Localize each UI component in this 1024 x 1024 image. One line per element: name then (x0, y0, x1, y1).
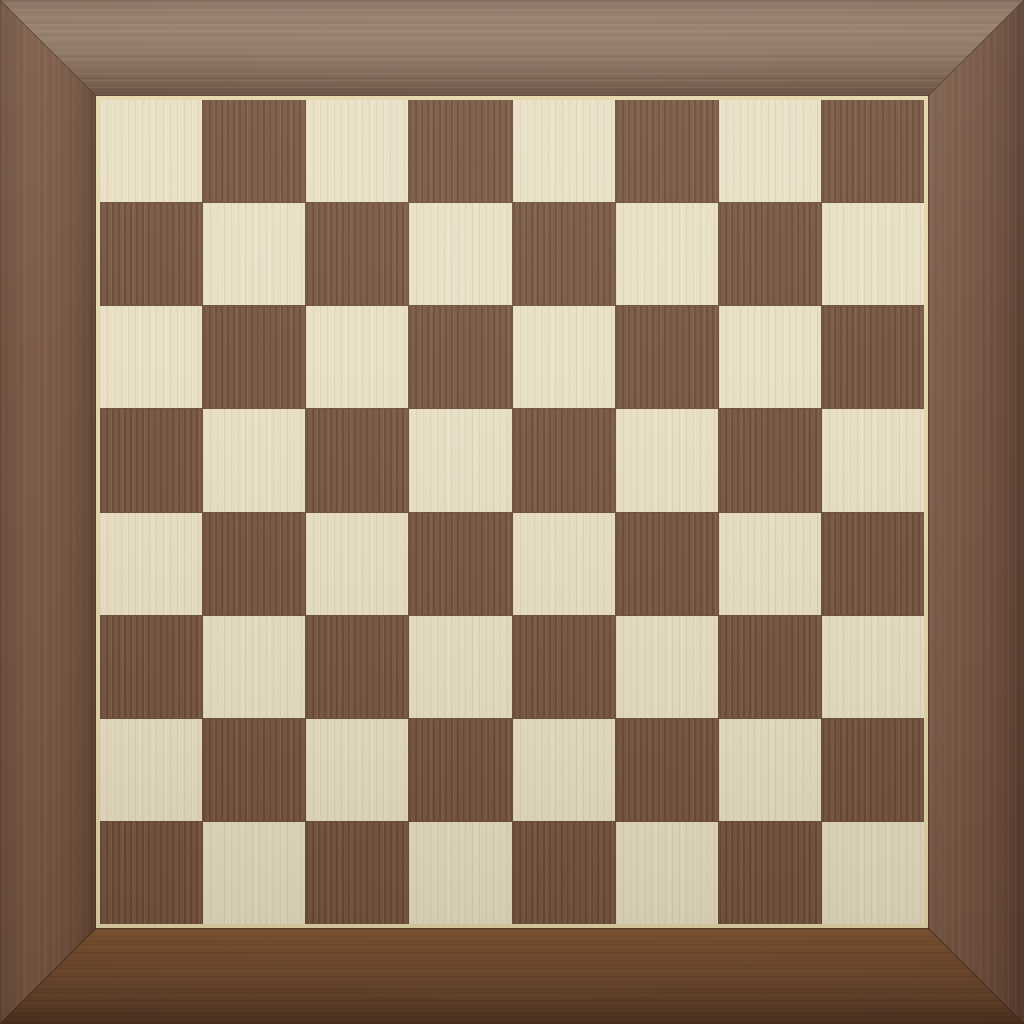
square-e7[interactable] (513, 203, 615, 305)
square-b5[interactable] (203, 409, 305, 511)
square-c5[interactable] (306, 409, 408, 511)
square-d2[interactable] (409, 719, 511, 821)
square-e4[interactable] (513, 513, 615, 615)
square-h1[interactable] (822, 822, 924, 924)
square-f4[interactable] (616, 513, 718, 615)
square-a8[interactable] (100, 100, 202, 202)
square-h3[interactable] (822, 616, 924, 718)
square-b8[interactable] (203, 100, 305, 202)
square-g4[interactable] (719, 513, 821, 615)
board-inlay-border (96, 96, 928, 928)
square-e2[interactable] (513, 719, 615, 821)
board-frame-bottom (0, 928, 1024, 1024)
board-frame-right (928, 0, 1024, 1024)
square-b4[interactable] (203, 513, 305, 615)
square-f3[interactable] (616, 616, 718, 718)
square-b6[interactable] (203, 306, 305, 408)
square-a4[interactable] (100, 513, 202, 615)
square-h2[interactable] (822, 719, 924, 821)
chess-board (100, 100, 924, 924)
square-b3[interactable] (203, 616, 305, 718)
board-frame-left (0, 0, 96, 1024)
square-g6[interactable] (719, 306, 821, 408)
square-h5[interactable] (822, 409, 924, 511)
square-a7[interactable] (100, 203, 202, 305)
square-g8[interactable] (719, 100, 821, 202)
square-g1[interactable] (719, 822, 821, 924)
square-a2[interactable] (100, 719, 202, 821)
square-f2[interactable] (616, 719, 718, 821)
square-f1[interactable] (616, 822, 718, 924)
square-e6[interactable] (513, 306, 615, 408)
square-d4[interactable] (409, 513, 511, 615)
square-g7[interactable] (719, 203, 821, 305)
square-a6[interactable] (100, 306, 202, 408)
square-h8[interactable] (822, 100, 924, 202)
square-d6[interactable] (409, 306, 511, 408)
square-d3[interactable] (409, 616, 511, 718)
square-d1[interactable] (409, 822, 511, 924)
square-f6[interactable] (616, 306, 718, 408)
square-g5[interactable] (719, 409, 821, 511)
square-h7[interactable] (822, 203, 924, 305)
square-e5[interactable] (513, 409, 615, 511)
square-b1[interactable] (203, 822, 305, 924)
board-frame-top (0, 0, 1024, 96)
square-a1[interactable] (100, 822, 202, 924)
square-g3[interactable] (719, 616, 821, 718)
square-h4[interactable] (822, 513, 924, 615)
square-d8[interactable] (409, 100, 511, 202)
square-a5[interactable] (100, 409, 202, 511)
square-d7[interactable] (409, 203, 511, 305)
square-e3[interactable] (513, 616, 615, 718)
chessboard-photo (0, 0, 1024, 1024)
square-h6[interactable] (822, 306, 924, 408)
square-e1[interactable] (513, 822, 615, 924)
square-c8[interactable] (306, 100, 408, 202)
square-f5[interactable] (616, 409, 718, 511)
square-c6[interactable] (306, 306, 408, 408)
square-b2[interactable] (203, 719, 305, 821)
square-b7[interactable] (203, 203, 305, 305)
square-c1[interactable] (306, 822, 408, 924)
square-c7[interactable] (306, 203, 408, 305)
square-f8[interactable] (616, 100, 718, 202)
square-e8[interactable] (513, 100, 615, 202)
square-g2[interactable] (719, 719, 821, 821)
square-c4[interactable] (306, 513, 408, 615)
square-d5[interactable] (409, 409, 511, 511)
square-a3[interactable] (100, 616, 202, 718)
square-f7[interactable] (616, 203, 718, 305)
square-c2[interactable] (306, 719, 408, 821)
square-c3[interactable] (306, 616, 408, 718)
